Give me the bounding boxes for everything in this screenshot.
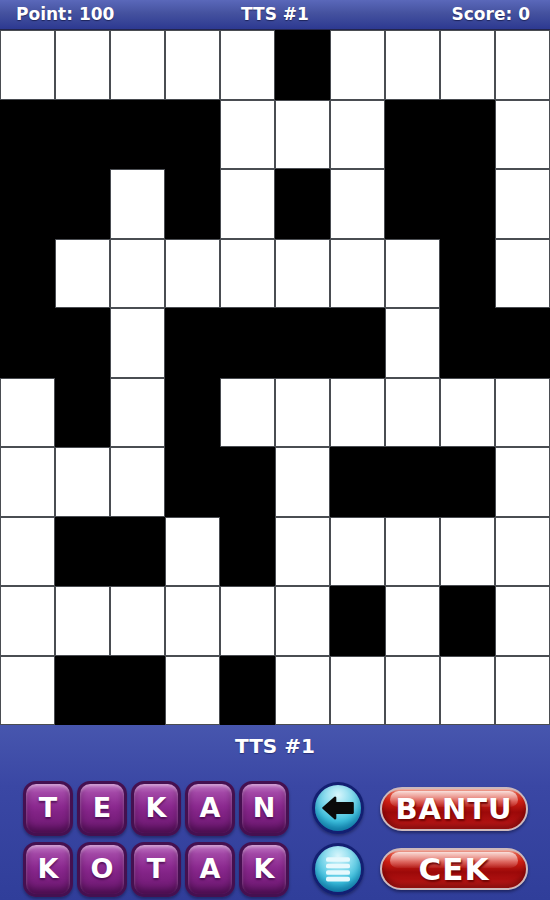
white-cell[interactable] — [495, 100, 550, 170]
white-cell[interactable] — [330, 169, 385, 239]
white-cell[interactable] — [330, 30, 385, 100]
backspace-button[interactable] — [312, 782, 364, 834]
white-cell[interactable] — [275, 517, 330, 587]
white-cell[interactable] — [165, 239, 220, 309]
black-cell — [220, 656, 275, 726]
white-cell[interactable] — [495, 517, 550, 587]
white-cell[interactable] — [440, 517, 495, 587]
black-cell — [220, 447, 275, 517]
black-cell — [0, 308, 55, 378]
white-cell[interactable] — [275, 656, 330, 726]
white-cell[interactable] — [55, 586, 110, 656]
white-cell[interactable] — [440, 378, 495, 448]
white-cell[interactable] — [220, 169, 275, 239]
help-button[interactable]: BANTU — [380, 787, 528, 831]
black-cell — [440, 169, 495, 239]
check-button-label: CEK — [419, 851, 490, 887]
black-cell — [165, 447, 220, 517]
white-cell[interactable] — [55, 447, 110, 517]
black-cell — [110, 656, 165, 726]
white-cell[interactable] — [275, 100, 330, 170]
letter-key-k[interactable]: K — [23, 842, 73, 897]
white-cell[interactable] — [275, 447, 330, 517]
white-cell[interactable] — [330, 656, 385, 726]
letter-key-t[interactable]: T — [23, 781, 73, 836]
white-cell[interactable] — [220, 239, 275, 309]
white-cell[interactable] — [385, 308, 440, 378]
white-cell[interactable] — [385, 378, 440, 448]
white-cell[interactable] — [495, 169, 550, 239]
letter-row-1: TEKAN — [23, 781, 289, 836]
white-cell[interactable] — [0, 656, 55, 726]
black-cell — [440, 586, 495, 656]
letter-row-2: KOTAK — [23, 842, 289, 897]
black-cell — [0, 239, 55, 309]
white-cell[interactable] — [385, 30, 440, 100]
black-cell — [330, 308, 385, 378]
white-cell[interactable] — [385, 586, 440, 656]
black-cell — [55, 100, 110, 170]
white-cell[interactable] — [495, 30, 550, 100]
backspace-icon — [321, 794, 355, 822]
black-cell — [275, 308, 330, 378]
white-cell[interactable] — [330, 517, 385, 587]
white-cell[interactable] — [275, 239, 330, 309]
black-cell — [55, 308, 110, 378]
white-cell[interactable] — [0, 586, 55, 656]
black-cell — [440, 447, 495, 517]
white-cell[interactable] — [0, 378, 55, 448]
letter-key-o[interactable]: O — [77, 842, 127, 897]
status-bar: Point: 100 TTS #1 Score: 0 — [0, 0, 550, 30]
black-cell — [55, 656, 110, 726]
white-cell[interactable] — [220, 586, 275, 656]
white-cell[interactable] — [220, 378, 275, 448]
puzzle-title: TTS #1 — [0, 4, 550, 24]
white-cell[interactable] — [110, 239, 165, 309]
panel-puzzle-title: TTS #1 — [0, 734, 550, 758]
crossword-grid — [0, 30, 550, 725]
white-cell[interactable] — [220, 30, 275, 100]
black-cell — [440, 100, 495, 170]
white-cell[interactable] — [0, 517, 55, 587]
black-cell — [330, 586, 385, 656]
white-cell[interactable] — [495, 586, 550, 656]
letter-key-a[interactable]: A — [185, 781, 235, 836]
black-cell — [495, 308, 550, 378]
black-cell — [165, 169, 220, 239]
white-cell[interactable] — [110, 447, 165, 517]
letter-key-n[interactable]: N — [239, 781, 289, 836]
menu-icon — [322, 853, 354, 885]
white-cell[interactable] — [495, 656, 550, 726]
white-cell[interactable] — [330, 378, 385, 448]
black-cell — [220, 517, 275, 587]
black-cell — [165, 378, 220, 448]
black-cell — [110, 517, 165, 587]
white-cell[interactable] — [275, 586, 330, 656]
help-button-label: BANTU — [395, 792, 512, 826]
white-cell[interactable] — [0, 30, 55, 100]
white-cell[interactable] — [330, 100, 385, 170]
black-cell — [385, 100, 440, 170]
white-cell[interactable] — [495, 239, 550, 309]
black-cell — [275, 30, 330, 100]
black-cell — [220, 308, 275, 378]
menu-button[interactable] — [312, 843, 364, 895]
white-cell[interactable] — [440, 30, 495, 100]
letter-key-t[interactable]: T — [131, 842, 181, 897]
white-cell[interactable] — [440, 656, 495, 726]
black-cell — [165, 100, 220, 170]
white-cell[interactable] — [275, 378, 330, 448]
check-button[interactable]: CEK — [380, 848, 528, 890]
letter-key-k[interactable]: K — [239, 842, 289, 897]
white-cell[interactable] — [0, 447, 55, 517]
white-cell[interactable] — [495, 447, 550, 517]
black-cell — [330, 447, 385, 517]
white-cell[interactable] — [55, 239, 110, 309]
black-cell — [0, 100, 55, 170]
control-panel: TTS #1 TEKAN KOTAK BANTU CEK — [0, 725, 550, 900]
black-cell — [55, 378, 110, 448]
white-cell[interactable] — [110, 30, 165, 100]
white-cell[interactable] — [220, 100, 275, 170]
white-cell[interactable] — [165, 656, 220, 726]
black-cell — [165, 308, 220, 378]
white-cell[interactable] — [495, 378, 550, 448]
white-cell[interactable] — [110, 308, 165, 378]
black-cell — [385, 447, 440, 517]
white-cell[interactable] — [110, 586, 165, 656]
black-cell — [385, 169, 440, 239]
white-cell[interactable] — [165, 30, 220, 100]
white-cell[interactable] — [385, 656, 440, 726]
white-cell[interactable] — [110, 169, 165, 239]
white-cell[interactable] — [330, 239, 385, 309]
white-cell[interactable] — [385, 239, 440, 309]
black-cell — [55, 169, 110, 239]
white-cell[interactable] — [55, 30, 110, 100]
black-cell — [55, 517, 110, 587]
white-cell[interactable] — [110, 378, 165, 448]
black-cell — [0, 169, 55, 239]
black-cell — [110, 100, 165, 170]
white-cell[interactable] — [165, 586, 220, 656]
letter-key-e[interactable]: E — [77, 781, 127, 836]
black-cell — [440, 239, 495, 309]
white-cell[interactable] — [385, 517, 440, 587]
black-cell — [440, 308, 495, 378]
letter-key-k[interactable]: K — [131, 781, 181, 836]
letter-key-a[interactable]: A — [185, 842, 235, 897]
white-cell[interactable] — [165, 517, 220, 587]
black-cell — [275, 169, 330, 239]
